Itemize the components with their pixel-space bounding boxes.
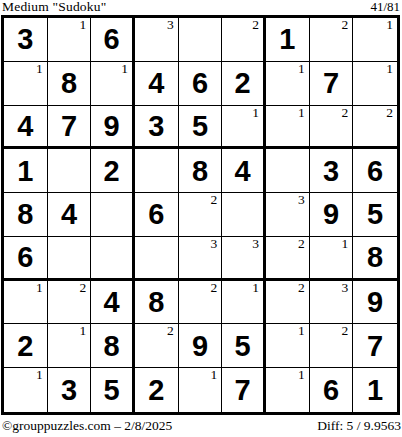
cell-r7c5[interactable]: 2 — [179, 281, 223, 325]
big-digit: 1 — [17, 156, 33, 186]
big-digit: 8 — [192, 156, 208, 186]
big-digit: 6 — [148, 199, 164, 229]
cell-r5c2[interactable]: 4 — [48, 193, 92, 237]
pencil-mark: 2 — [298, 237, 305, 252]
big-digit: 8 — [61, 68, 77, 98]
cell-r2c4[interactable]: 4 — [135, 62, 179, 106]
pencil-mark: 1 — [36, 368, 43, 383]
big-digit: 4 — [61, 199, 77, 229]
big-digit: 3 — [323, 156, 339, 186]
sudoku-page: Medium "Sudoku" 41/81 316321211814621714… — [0, 0, 402, 437]
big-digit: 4 — [104, 287, 120, 317]
big-digit: 8 — [104, 331, 120, 361]
cell-r1c6[interactable]: 2 — [222, 18, 266, 62]
cell-r1c8[interactable]: 2 — [310, 18, 354, 62]
pencil-mark: 2 — [342, 324, 349, 339]
cell-r7c4[interactable]: 8 — [135, 281, 179, 325]
cell-r9c9[interactable]: 1 — [353, 368, 397, 412]
big-digit: 6 — [17, 242, 33, 272]
pencil-mark: 2 — [298, 281, 305, 296]
cell-r2c6[interactable]: 2 — [222, 62, 266, 106]
big-digit: 8 — [17, 199, 33, 229]
cell-r4c2[interactable] — [48, 149, 92, 193]
cell-r7c6[interactable]: 1 — [222, 281, 266, 325]
big-digit: 9 — [104, 111, 120, 141]
cell-r3c7[interactable]: 1 — [266, 106, 310, 150]
pencil-mark: 1 — [386, 62, 393, 77]
cell-r4c3[interactable]: 2 — [91, 149, 135, 193]
cell-r8c4[interactable]: 2 — [135, 324, 179, 368]
big-digit: 2 — [17, 331, 33, 361]
cell-r1c3[interactable]: 6 — [91, 18, 135, 62]
cell-r8c7[interactable]: 1 — [266, 324, 310, 368]
pencil-mark: 1 — [211, 368, 218, 383]
big-digit: 6 — [192, 68, 208, 98]
cell-r4c8[interactable]: 3 — [310, 149, 354, 193]
cell-r7c9[interactable]: 9 — [353, 281, 397, 325]
pencil-mark: 1 — [80, 18, 87, 33]
cell-r9c3[interactable]: 5 — [91, 368, 135, 412]
big-digit: 2 — [235, 68, 251, 98]
pencil-mark: 3 — [342, 281, 349, 296]
big-digit: 3 — [17, 24, 33, 54]
sudoku-board: 3163212118146217147935112212843684623956… — [1, 15, 400, 415]
cell-r8c1[interactable]: 2 — [4, 324, 48, 368]
pencil-mark: 2 — [211, 193, 218, 208]
pencil-mark: 1 — [121, 62, 128, 77]
cell-r7c8[interactable]: 3 — [310, 281, 354, 325]
big-digit: 7 — [61, 111, 77, 141]
cell-r5c1[interactable]: 8 — [4, 193, 48, 237]
pencil-mark: 1 — [36, 62, 43, 77]
pencil-mark: 1 — [252, 106, 259, 121]
cell-r9c4[interactable]: 2 — [135, 368, 179, 412]
copyright-text: ©grouppuzzles.com – 2/8/2025 — [2, 418, 172, 434]
cell-r9c6[interactable]: 7 — [222, 368, 266, 412]
big-digit: 9 — [192, 331, 208, 361]
pencil-mark: 2 — [342, 106, 349, 121]
cell-r9c1[interactable]: 1 — [4, 368, 48, 412]
cell-r2c8[interactable]: 7 — [310, 62, 354, 106]
progress-counter: 41/81 — [370, 0, 400, 15]
cell-r2c1[interactable]: 1 — [4, 62, 48, 106]
big-digit: 9 — [367, 287, 383, 317]
cell-r4c9[interactable]: 6 — [353, 149, 397, 193]
cell-r3c9[interactable]: 2 — [353, 106, 397, 150]
cell-r5c5[interactable]: 2 — [179, 193, 223, 237]
pencil-mark: 1 — [80, 324, 87, 339]
cell-r7c2[interactable]: 2 — [48, 281, 92, 325]
cell-r2c3[interactable]: 1 — [91, 62, 135, 106]
big-digit: 8 — [148, 287, 164, 317]
cell-r6c8[interactable]: 1 — [310, 237, 354, 281]
cell-r8c8[interactable]: 2 — [310, 324, 354, 368]
cell-r3c4[interactable]: 3 — [135, 106, 179, 150]
big-digit: 4 — [17, 111, 33, 141]
big-digit: 6 — [367, 156, 383, 186]
cell-r8c6[interactable]: 5 — [222, 324, 266, 368]
pencil-mark: 1 — [298, 368, 305, 383]
cell-r6c2[interactable] — [48, 237, 92, 281]
cell-r6c1[interactable]: 6 — [4, 237, 48, 281]
cell-r3c8[interactable]: 2 — [310, 106, 354, 150]
cell-r4c4[interactable] — [135, 149, 179, 193]
cell-r6c6[interactable]: 3 — [222, 237, 266, 281]
pencil-mark: 2 — [252, 18, 259, 33]
cell-r3c3[interactable]: 9 — [91, 106, 135, 150]
cell-r2c9[interactable]: 1 — [353, 62, 397, 106]
pencil-mark: 1 — [298, 62, 305, 77]
big-digit: 6 — [104, 24, 120, 54]
cell-r5c6[interactable] — [222, 193, 266, 237]
cell-r9c5[interactable]: 1 — [179, 368, 223, 412]
cell-r6c7[interactable]: 2 — [266, 237, 310, 281]
cell-r5c7[interactable]: 3 — [266, 193, 310, 237]
pencil-mark: 2 — [80, 281, 87, 296]
cell-r3c2[interactable]: 7 — [48, 106, 92, 150]
big-digit: 5 — [235, 331, 251, 361]
cell-r1c5[interactable] — [179, 18, 223, 62]
cell-r7c3[interactable]: 4 — [91, 281, 135, 325]
big-digit: 2 — [148, 375, 164, 405]
big-digit: 8 — [367, 242, 383, 272]
cell-r2c2[interactable]: 8 — [48, 62, 92, 106]
big-digit: 1 — [367, 375, 383, 405]
cell-r6c5[interactable]: 3 — [179, 237, 223, 281]
pencil-mark: 2 — [211, 281, 218, 296]
big-digit: 1 — [279, 24, 295, 54]
big-digit: 7 — [323, 68, 339, 98]
cell-r8c9[interactable]: 7 — [353, 324, 397, 368]
big-digit: 6 — [323, 375, 339, 405]
puzzle-title: Medium "Sudoku" — [2, 0, 106, 15]
cell-r9c8[interactable]: 6 — [310, 368, 354, 412]
cell-r3c5[interactable]: 5 — [179, 106, 223, 150]
cell-r5c8[interactable]: 9 — [310, 193, 354, 237]
big-digit: 3 — [148, 111, 164, 141]
cell-r3c1[interactable]: 4 — [4, 106, 48, 150]
pencil-mark: 2 — [167, 324, 174, 339]
pencil-mark: 1 — [386, 18, 393, 33]
cell-r1c2[interactable]: 1 — [48, 18, 92, 62]
cell-r7c1[interactable]: 1 — [4, 281, 48, 325]
cell-r4c5[interactable]: 8 — [179, 149, 223, 193]
page-header: Medium "Sudoku" 41/81 — [2, 0, 400, 15]
pencil-mark: 1 — [252, 281, 259, 296]
cell-r4c1[interactable]: 1 — [4, 149, 48, 193]
pencil-mark: 3 — [298, 193, 305, 208]
big-digit: 7 — [235, 375, 251, 405]
cell-r8c2[interactable]: 1 — [48, 324, 92, 368]
cell-r1c7[interactable]: 1 — [266, 18, 310, 62]
cell-r5c9[interactable]: 5 — [353, 193, 397, 237]
cell-r6c9[interactable]: 8 — [353, 237, 397, 281]
big-digit: 5 — [367, 199, 383, 229]
cell-r1c9[interactable]: 1 — [353, 18, 397, 62]
cell-r1c1[interactable]: 3 — [4, 18, 48, 62]
pencil-mark: 3 — [211, 237, 218, 252]
pencil-mark: 2 — [342, 18, 349, 33]
cell-r6c3[interactable] — [91, 237, 135, 281]
pencil-mark: 1 — [298, 324, 305, 339]
big-digit: 5 — [104, 375, 120, 405]
cell-r2c5[interactable]: 6 — [179, 62, 223, 106]
cell-r8c3[interactable]: 8 — [91, 324, 135, 368]
pencil-mark: 3 — [252, 237, 259, 252]
cell-r9c2[interactable]: 3 — [48, 368, 92, 412]
big-digit: 9 — [323, 199, 339, 229]
cell-r8c5[interactable]: 9 — [179, 324, 223, 368]
pencil-mark: 3 — [167, 18, 174, 33]
cell-r3c6[interactable]: 1 — [222, 106, 266, 150]
cell-r1c4[interactable]: 3 — [135, 18, 179, 62]
pencil-mark: 1 — [298, 106, 305, 121]
cell-r4c6[interactable]: 4 — [222, 149, 266, 193]
big-digit: 7 — [367, 331, 383, 361]
pencil-mark: 1 — [36, 281, 43, 296]
big-digit: 2 — [104, 156, 120, 186]
cell-r4c7[interactable] — [266, 149, 310, 193]
cell-r2c7[interactable]: 1 — [266, 62, 310, 106]
cell-r7c7[interactable]: 2 — [266, 281, 310, 325]
cell-r5c4[interactable]: 6 — [135, 193, 179, 237]
big-digit: 3 — [61, 375, 77, 405]
page-footer: ©grouppuzzles.com – 2/8/2025 Diff: 5 / 9… — [2, 418, 401, 434]
pencil-mark: 2 — [386, 106, 393, 121]
big-digit: 5 — [192, 111, 208, 141]
cell-r9c7[interactable]: 1 — [266, 368, 310, 412]
cell-r5c3[interactable] — [91, 193, 135, 237]
big-digit: 4 — [235, 156, 251, 186]
difficulty-text: Diff: 5 / 9.9563 — [317, 418, 401, 434]
big-digit: 4 — [148, 68, 164, 98]
cell-r6c4[interactable] — [135, 237, 179, 281]
pencil-mark: 1 — [342, 237, 349, 252]
